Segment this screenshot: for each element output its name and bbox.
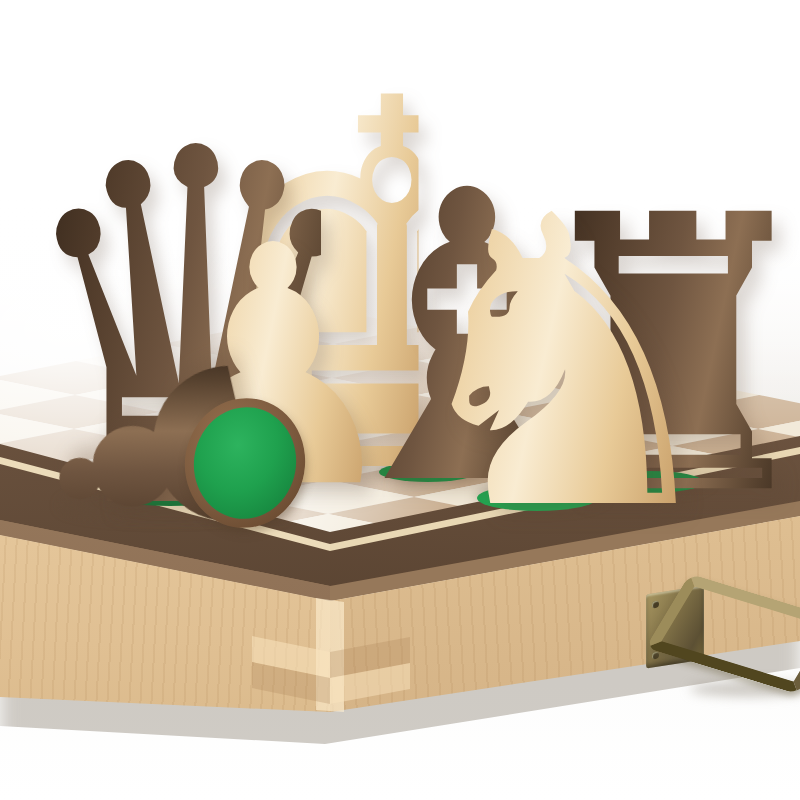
latch-screw (652, 601, 659, 609)
latch-screw (652, 652, 659, 660)
chess-set-photo: ♚ ♝ ♜ ♛ ♟ ♞ ♟ (0, 0, 800, 800)
piece-light-knight: ♞ (388, 165, 682, 565)
